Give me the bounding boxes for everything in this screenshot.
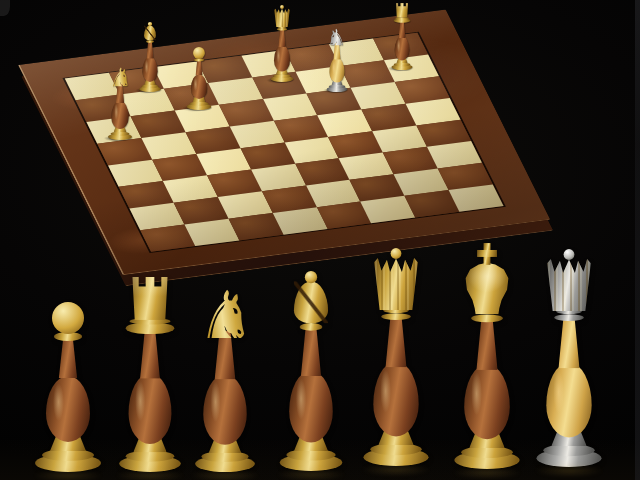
- piece-part-ball: [391, 248, 402, 259]
- piece-part-bulb: [329, 58, 344, 83]
- piece-part-bulb: [464, 364, 510, 439]
- piece-part-coronet: [274, 8, 290, 27]
- piece-part-neck: [332, 43, 341, 60]
- square-h1: [449, 184, 504, 211]
- knight-icon: ♞: [326, 25, 347, 45]
- piece-part-disc: [471, 314, 503, 322]
- piece-part-bulb: [546, 362, 591, 437]
- piece-part-neck: [473, 318, 501, 370]
- piece-part-bulb: [129, 373, 172, 444]
- piece-part-bulb: [111, 101, 128, 129]
- piece-part-disc: [381, 313, 411, 320]
- piece-part-rookhead: [395, 3, 408, 18]
- piece-part-coronet: [546, 258, 591, 311]
- piece-part-disc: [554, 314, 584, 321]
- piece-part-neck: [555, 317, 583, 368]
- piece-part-dome: [144, 26, 156, 41]
- piece-part-knhead: ♞: [106, 63, 134, 86]
- piece-part-disc: [146, 40, 154, 43]
- piece-part-bulb: [395, 36, 410, 60]
- piece-part-bulb: [289, 371, 333, 443]
- piece-part-disc: [300, 323, 323, 331]
- piece-part-ball: [564, 249, 575, 260]
- piece-part-neck: [298, 327, 325, 376]
- piece-part-neck: [398, 21, 407, 38]
- piece-part-ball: [52, 302, 84, 334]
- knight-icon: ♞: [195, 280, 255, 338]
- piece-part-neck: [115, 83, 126, 103]
- piece-part-ball: [193, 47, 205, 59]
- piece-part-crossh: [477, 250, 497, 257]
- piece-part-dome: [294, 281, 328, 323]
- piece-part-neck: [211, 331, 238, 380]
- piece-part-bulb: [274, 45, 290, 71]
- piece-part-coronet: [373, 257, 418, 310]
- piece-part-neck: [382, 316, 410, 367]
- piece-part-bulb: [142, 57, 157, 82]
- piece-part-bulb: [373, 361, 418, 436]
- piece-part-ball: [148, 22, 152, 26]
- photo-corner-artifact: [0, 0, 10, 16]
- piece-part-disc: [277, 28, 287, 30]
- piece-part-crown: [464, 263, 510, 315]
- piece-part-neck: [277, 29, 287, 47]
- piece-part-knhead: ♞: [190, 280, 261, 338]
- photo-edge-artifact: [635, 0, 640, 480]
- scene: ♞♞♞: [0, 0, 640, 480]
- piece-part-bulb: [203, 374, 246, 445]
- piece-part-knhead: ♞: [325, 25, 350, 45]
- piece-part-neck: [145, 42, 154, 59]
- piece-part-neck: [195, 60, 204, 75]
- piece-part-neck: [56, 338, 80, 378]
- piece-part-bulb: [46, 376, 90, 442]
- knight-icon: ♞: [108, 63, 132, 86]
- piece-part-bulb: [191, 74, 207, 98]
- piece-part-ball: [305, 271, 317, 283]
- piece-part-ball: [280, 5, 284, 9]
- piece-part-neck: [137, 330, 163, 379]
- piece-part-rookhead: [130, 277, 169, 320]
